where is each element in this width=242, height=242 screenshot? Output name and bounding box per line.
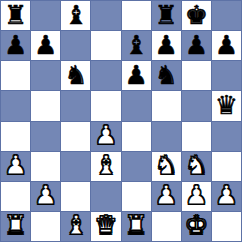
piece-white-knight[interactable]: ♞ [185,152,208,178]
square-f3[interactable]: ♞ [152,152,181,181]
square-f7[interactable]: ♟ [152,31,181,60]
square-c6[interactable]: ♞ [61,61,90,90]
square-c3[interactable] [61,152,90,181]
piece-white-pawn[interactable]: ♟ [215,182,238,208]
square-h3[interactable] [212,152,241,181]
piece-black-pawn[interactable]: ♟ [215,32,238,58]
square-f6[interactable]: ♞ [152,61,181,90]
square-g1[interactable]: ♚ [182,212,211,241]
square-c8[interactable]: ♝ [61,1,90,30]
square-a6[interactable] [1,61,30,90]
square-e1[interactable]: ♜ [122,212,151,241]
square-a2[interactable] [1,182,30,211]
square-g8[interactable]: ♚ [182,1,211,30]
square-b6[interactable] [31,61,60,90]
square-d8[interactable] [91,1,120,30]
square-g2[interactable]: ♟ [182,182,211,211]
square-c1[interactable]: ♝ [61,212,90,241]
piece-black-bishop[interactable]: ♝ [64,2,87,28]
square-e8[interactable] [122,1,151,30]
piece-white-pawn[interactable]: ♟ [155,182,178,208]
square-a1[interactable]: ♜ [1,212,30,241]
square-g6[interactable] [182,61,211,90]
square-g3[interactable]: ♞ [182,152,211,181]
square-f2[interactable]: ♟ [152,182,181,211]
square-b8[interactable] [31,1,60,30]
piece-white-bishop[interactable]: ♝ [94,152,117,178]
square-f1[interactable] [152,212,181,241]
piece-white-pawn[interactable]: ♟ [94,122,117,148]
square-d3[interactable]: ♝ [91,152,120,181]
square-h2[interactable]: ♟ [212,182,241,211]
piece-white-knight[interactable]: ♞ [155,152,178,178]
square-d4[interactable]: ♟ [91,122,120,151]
piece-black-queen[interactable]: ♛ [215,92,238,118]
square-h4[interactable] [212,122,241,151]
square-d1[interactable]: ♛ [91,212,120,241]
square-c2[interactable] [61,182,90,211]
square-d7[interactable] [91,31,120,60]
piece-black-bishop[interactable]: ♝ [124,32,147,58]
piece-white-rook[interactable]: ♜ [4,212,27,238]
piece-white-pawn[interactable]: ♟ [185,182,208,208]
square-a8[interactable]: ♜ [1,1,30,30]
piece-black-pawn[interactable]: ♟ [4,32,27,58]
piece-white-bishop[interactable]: ♝ [64,212,87,238]
square-e3[interactable] [122,152,151,181]
square-h5[interactable]: ♛ [212,91,241,120]
piece-black-pawn[interactable]: ♟ [34,32,57,58]
square-c7[interactable] [61,31,90,60]
square-b5[interactable] [31,91,60,120]
square-f8[interactable]: ♜ [152,1,181,30]
piece-black-pawn[interactable]: ♟ [185,32,208,58]
piece-black-pawn[interactable]: ♟ [124,62,147,88]
piece-black-knight[interactable]: ♞ [64,62,87,88]
piece-white-queen[interactable]: ♛ [94,212,117,238]
square-d2[interactable] [91,182,120,211]
square-b4[interactable] [31,122,60,151]
square-h1[interactable] [212,212,241,241]
chess-board: ♜♝♜♚♟♟♝♟♟♟♞♟♞♛♟♟♝♞♞♟♟♟♟♜♝♛♜♚ [0,0,242,242]
square-e4[interactable] [122,122,151,151]
square-e2[interactable] [122,182,151,211]
square-b3[interactable] [31,152,60,181]
square-h7[interactable]: ♟ [212,31,241,60]
square-e6[interactable]: ♟ [122,61,151,90]
piece-white-king[interactable]: ♚ [185,212,208,238]
square-a4[interactable] [1,122,30,151]
square-f5[interactable] [152,91,181,120]
piece-white-pawn[interactable]: ♟ [34,182,57,208]
square-h6[interactable] [212,61,241,90]
square-b1[interactable] [31,212,60,241]
square-g4[interactable] [182,122,211,151]
piece-black-rook[interactable]: ♜ [155,2,178,28]
piece-white-pawn[interactable]: ♟ [4,152,27,178]
chess-board-container: ♜♝♜♚♟♟♝♟♟♟♞♟♞♛♟♟♝♞♞♟♟♟♟♜♝♛♜♚ [0,0,242,242]
square-a3[interactable]: ♟ [1,152,30,181]
square-f4[interactable] [152,122,181,151]
square-h8[interactable] [212,1,241,30]
square-d5[interactable] [91,91,120,120]
square-b7[interactable]: ♟ [31,31,60,60]
piece-white-rook[interactable]: ♜ [124,212,147,238]
piece-black-knight[interactable]: ♞ [155,62,178,88]
square-d6[interactable] [91,61,120,90]
square-a7[interactable]: ♟ [1,31,30,60]
piece-black-king[interactable]: ♚ [185,2,208,28]
piece-black-rook[interactable]: ♜ [4,2,27,28]
square-c5[interactable] [61,91,90,120]
square-e5[interactable] [122,91,151,120]
square-e7[interactable]: ♝ [122,31,151,60]
square-b2[interactable]: ♟ [31,182,60,211]
square-c4[interactable] [61,122,90,151]
square-a5[interactable] [1,91,30,120]
piece-black-pawn[interactable]: ♟ [155,32,178,58]
square-g7[interactable]: ♟ [182,31,211,60]
square-g5[interactable] [182,91,211,120]
